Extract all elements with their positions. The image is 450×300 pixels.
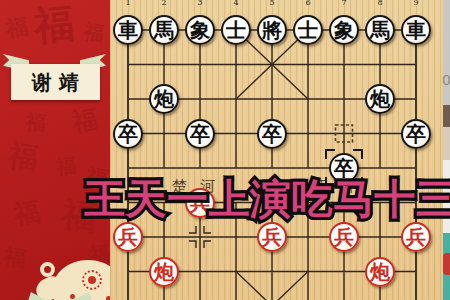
fu-character: 福 [32,2,75,45]
piece-black-general-f5r0[interactable]: 將 [257,15,287,45]
piece-red-cannon-f8r7[interactable]: 炮 [365,257,395,287]
overlay-caption-fill: 王天一上演吃马十三 [84,175,450,223]
piece-red-soldier-f5r6[interactable]: 兵 [257,222,287,252]
piece-black-advisor-f4r0[interactable]: 士 [221,15,251,45]
fu-character: 福 [6,140,40,174]
piece-black-horse-f2r0[interactable]: 馬 [149,15,179,45]
piece-black-cannon-f8r2[interactable]: 炮 [365,84,395,114]
piece-black-soldier-f9r3[interactable]: 卒 [401,119,431,149]
piece-black-chariot-f1r0[interactable]: 車 [113,15,143,45]
column-label-5: 5 [266,0,278,7]
junction-marker [204,226,211,233]
fu-character: 福 [82,20,105,43]
fu-character: 福 [2,244,27,269]
piece-black-soldier-f1r3[interactable]: 卒 [113,119,143,149]
column-label-3: 3 [194,0,206,7]
fu-character: 福 [25,111,47,133]
piece-red-cannon-f2r7[interactable]: 炮 [149,257,179,287]
junction-marker [189,241,196,248]
column-label-9: 9 [410,0,422,7]
fu-character: 福 [70,106,100,136]
column-label-8: 8 [374,0,386,7]
ribbon-band: 谢靖 [11,64,100,100]
junction-marker [189,226,196,233]
overlay-caption: 王天一上演吃马十三 王天一上演吃马十三 [84,176,450,222]
piece-black-advisor-f6r0[interactable]: 士 [293,15,323,45]
pig-papercut-decoration [30,252,110,300]
column-label-2: 2 [158,0,170,7]
board-grid [110,0,443,300]
photo-digit: 0 [442,72,450,88]
column-label-1: 1 [122,0,134,7]
photo-red-blob [443,253,450,275]
piece-black-soldier-f5r3[interactable]: 卒 [257,119,287,149]
piece-black-chariot-f9r0[interactable]: 車 [401,15,431,45]
photo-hair [443,105,450,127]
screenshot-stage: 福福福福福福福福福福福福 谢靖 123456789楚河汉界車馬象士將士象馬車炮炮… [0,0,450,300]
piece-black-elephant-f3r0[interactable]: 象 [185,15,215,45]
piece-black-elephant-f7r0[interactable]: 象 [329,15,359,45]
pig-flower [82,270,102,290]
fu-character: 福 [55,155,77,177]
piece-black-horse-f8r0[interactable]: 馬 [365,15,395,45]
piece-black-cannon-f2r2[interactable]: 炮 [149,84,179,114]
piece-red-soldier-f1r6[interactable]: 兵 [113,222,143,252]
pig-tail [40,262,55,277]
junction-marker [204,241,211,248]
column-label-6: 6 [302,0,314,7]
photo-face [443,127,450,160]
photo-bg [443,0,450,105]
fu-character: 福 [5,15,30,40]
xiangqi-board: 123456789楚河汉界車馬象士將士象馬車炮炮卒卒卒卒卒兵兵兵兵炮兵炮 [110,0,443,300]
piece-red-soldier-f7r6[interactable]: 兵 [329,222,359,252]
player-ribbon: 谢靖 [0,52,110,104]
fu-character: 福 [12,198,42,228]
column-label-4: 4 [230,0,242,7]
photo-strip: 0 [443,0,450,300]
sidebar: 福福福福福福福福福福福福 谢靖 [0,0,110,300]
pig-dot [70,294,75,299]
piece-red-soldier-f9r6[interactable]: 兵 [401,222,431,252]
column-label-7: 7 [338,0,350,7]
piece-black-soldier-f3r3[interactable]: 卒 [185,119,215,149]
player-name: 谢靖 [25,69,86,96]
